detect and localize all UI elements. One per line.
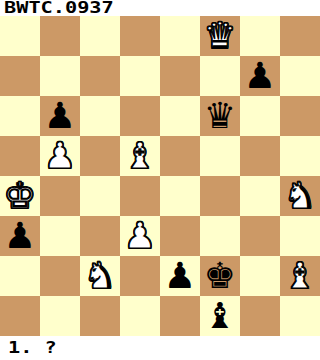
square-a7[interactable]: [0, 56, 40, 96]
square-e8[interactable]: [160, 16, 200, 56]
chess-board: ♛♟♟♛♟♝♚♞♟♟♞♟♚♝♝: [0, 16, 320, 336]
square-h7[interactable]: [280, 56, 320, 96]
square-c8[interactable]: [80, 16, 120, 56]
square-h6[interactable]: [280, 96, 320, 136]
square-b3[interactable]: [40, 216, 80, 256]
square-g6[interactable]: [240, 96, 280, 136]
square-g1[interactable]: [240, 296, 280, 336]
square-h3[interactable]: [280, 216, 320, 256]
square-a1[interactable]: [0, 296, 40, 336]
white-king: ♚: [4, 178, 36, 214]
square-b5[interactable]: ♟: [40, 136, 80, 176]
square-d3[interactable]: ♟: [120, 216, 160, 256]
square-b6[interactable]: ♟: [40, 96, 80, 136]
square-f1[interactable]: ♝: [200, 296, 240, 336]
black-pawn: ♟: [44, 98, 76, 134]
square-b2[interactable]: [40, 256, 80, 296]
square-e3[interactable]: [160, 216, 200, 256]
square-b4[interactable]: [40, 176, 80, 216]
square-g7[interactable]: ♟: [240, 56, 280, 96]
square-f8[interactable]: ♛: [200, 16, 240, 56]
square-b7[interactable]: [40, 56, 80, 96]
square-e1[interactable]: [160, 296, 200, 336]
white-knight: ♞: [84, 258, 116, 294]
square-d6[interactable]: [120, 96, 160, 136]
black-pawn: ♟: [164, 258, 196, 294]
square-a2[interactable]: [0, 256, 40, 296]
square-h5[interactable]: [280, 136, 320, 176]
square-e2[interactable]: ♟: [160, 256, 200, 296]
white-bishop: ♝: [124, 138, 156, 174]
white-queen: ♛: [204, 18, 236, 54]
black-pawn: ♟: [4, 218, 36, 254]
square-a4[interactable]: ♚: [0, 176, 40, 216]
white-knight: ♞: [284, 178, 316, 214]
square-g4[interactable]: [240, 176, 280, 216]
move-prompt-label: 1. ?: [8, 339, 57, 357]
square-f3[interactable]: [200, 216, 240, 256]
square-b1[interactable]: [40, 296, 80, 336]
square-c6[interactable]: [80, 96, 120, 136]
square-a3[interactable]: ♟: [0, 216, 40, 256]
square-c1[interactable]: [80, 296, 120, 336]
square-e5[interactable]: [160, 136, 200, 176]
square-h1[interactable]: [280, 296, 320, 336]
square-f5[interactable]: [200, 136, 240, 176]
puzzle-header: BWTC.0937: [0, 0, 320, 16]
square-h8[interactable]: [280, 16, 320, 56]
square-c2[interactable]: ♞: [80, 256, 120, 296]
square-g8[interactable]: [240, 16, 280, 56]
square-b8[interactable]: [40, 16, 80, 56]
square-a5[interactable]: [0, 136, 40, 176]
square-f6[interactable]: ♛: [200, 96, 240, 136]
square-f4[interactable]: [200, 176, 240, 216]
square-h4[interactable]: ♞: [280, 176, 320, 216]
square-c7[interactable]: [80, 56, 120, 96]
square-e4[interactable]: [160, 176, 200, 216]
puzzle-id-label: BWTC.0937: [4, 0, 114, 17]
white-pawn: ♟: [124, 218, 156, 254]
square-c4[interactable]: [80, 176, 120, 216]
square-h2[interactable]: ♝: [280, 256, 320, 296]
square-d8[interactable]: [120, 16, 160, 56]
square-e6[interactable]: [160, 96, 200, 136]
square-d1[interactable]: [120, 296, 160, 336]
black-bishop: ♝: [204, 298, 236, 334]
black-king: ♚: [204, 258, 236, 294]
square-g2[interactable]: [240, 256, 280, 296]
white-pawn: ♟: [44, 138, 76, 174]
square-d5[interactable]: ♝: [120, 136, 160, 176]
black-pawn: ♟: [244, 58, 276, 94]
square-f7[interactable]: [200, 56, 240, 96]
square-e7[interactable]: [160, 56, 200, 96]
square-d2[interactable]: [120, 256, 160, 296]
square-g3[interactable]: [240, 216, 280, 256]
square-g5[interactable]: [240, 136, 280, 176]
square-d4[interactable]: [120, 176, 160, 216]
black-queen: ♛: [204, 98, 236, 134]
square-c3[interactable]: [80, 216, 120, 256]
square-a6[interactable]: [0, 96, 40, 136]
move-prompt-bar: 1. ?: [0, 336, 320, 360]
square-d7[interactable]: [120, 56, 160, 96]
white-bishop: ♝: [284, 258, 316, 294]
square-a8[interactable]: [0, 16, 40, 56]
square-c5[interactable]: [80, 136, 120, 176]
square-f2[interactable]: ♚: [200, 256, 240, 296]
